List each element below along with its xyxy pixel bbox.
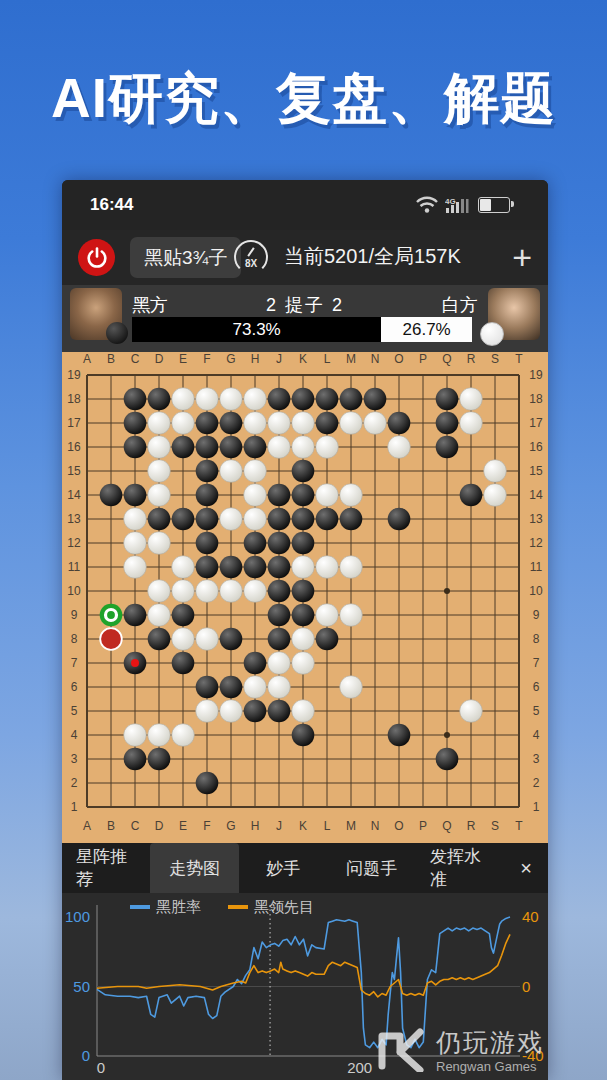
stone-white xyxy=(148,724,171,747)
red-move-marker xyxy=(100,628,122,650)
coord-label: 14 xyxy=(529,488,543,502)
stone-white xyxy=(148,412,171,435)
stone-black xyxy=(268,580,291,603)
coord-label: 16 xyxy=(67,440,81,454)
power-button[interactable] xyxy=(78,239,115,276)
stone-black xyxy=(340,508,363,531)
svg-text:50: 50 xyxy=(73,978,90,995)
wifi-icon xyxy=(416,196,438,214)
phone-screen: 16:44 4G 黑贴3¾子 xyxy=(62,180,548,1080)
stone-black xyxy=(196,532,219,555)
coord-label: E xyxy=(179,819,187,833)
stone-black xyxy=(148,748,171,771)
stone-white xyxy=(172,628,195,651)
stone-black xyxy=(292,484,315,507)
stone-black xyxy=(196,508,219,531)
stone-black xyxy=(292,388,315,411)
clock: 16:44 xyxy=(90,195,133,215)
stone-black xyxy=(196,412,219,435)
stone-black xyxy=(436,436,459,459)
coord-label: C xyxy=(131,819,140,833)
stone-black xyxy=(292,724,315,747)
winrate-bar: 73.3% 26.7% xyxy=(132,317,472,342)
stone-white xyxy=(268,652,291,675)
stone-white xyxy=(460,412,483,435)
speed-gauge-icon[interactable]: 8X xyxy=(234,240,268,274)
coord-label: 18 xyxy=(529,392,543,406)
star-point xyxy=(444,732,450,738)
stone-black xyxy=(196,676,219,699)
stone-black xyxy=(436,412,459,435)
coord-label: P xyxy=(419,352,427,366)
coord-label: 7 xyxy=(71,656,78,670)
coord-label: R xyxy=(467,819,476,833)
coord-label: M xyxy=(346,819,356,833)
svg-text:40: 40 xyxy=(522,908,539,925)
cellular-4g-icon: 4G xyxy=(445,196,471,214)
stone-black xyxy=(196,772,219,795)
stone-white xyxy=(220,460,243,483)
stone-white xyxy=(124,724,147,747)
stone-black xyxy=(268,700,291,723)
rengwan-logo-icon xyxy=(376,1028,428,1072)
stone-white xyxy=(484,460,507,483)
go-board[interactable]: AABBCCDDEEFFGGHHJJKKLLMMNNOOPPQQRRSSTT19… xyxy=(62,352,548,843)
stone-black xyxy=(148,628,171,651)
tab-2[interactable]: 妙手 xyxy=(239,843,327,893)
coord-label: 18 xyxy=(67,392,81,406)
stone-white xyxy=(292,700,315,723)
stone-white xyxy=(460,388,483,411)
stone-white xyxy=(340,676,363,699)
coord-label: J xyxy=(276,819,282,833)
stone-white xyxy=(172,388,195,411)
tab-1[interactable]: 走势图 xyxy=(150,843,238,893)
coord-label: 8 xyxy=(533,632,540,646)
stone-black xyxy=(388,724,411,747)
coord-label: 17 xyxy=(67,416,81,430)
power-icon xyxy=(86,247,108,269)
coord-label: M xyxy=(346,352,356,366)
coord-label: N xyxy=(371,819,380,833)
coord-label: G xyxy=(226,819,235,833)
stone-black xyxy=(196,460,219,483)
stone-white xyxy=(124,532,147,555)
coord-label: 2 xyxy=(533,776,540,790)
stone-white xyxy=(220,580,243,603)
stone-white xyxy=(196,580,219,603)
stone-white xyxy=(388,436,411,459)
svg-text:黑领先目: 黑领先目 xyxy=(254,898,314,915)
coord-label: 19 xyxy=(529,368,543,382)
coord-label: 3 xyxy=(71,752,78,766)
stone-white xyxy=(268,676,291,699)
coord-label: T xyxy=(515,819,523,833)
stone-white xyxy=(172,580,195,603)
coord-label: 17 xyxy=(529,416,543,430)
stone-white xyxy=(148,580,171,603)
stone-white xyxy=(268,412,291,435)
stone-white xyxy=(244,460,267,483)
stone-black xyxy=(244,532,267,555)
stone-black xyxy=(148,508,171,531)
stone-white xyxy=(148,460,171,483)
analysis-tab-bar: 星阵推荐走势图妙手问题手发挥水准× xyxy=(62,843,548,893)
coord-label: 2 xyxy=(71,776,78,790)
stone-white xyxy=(364,412,387,435)
coord-label: H xyxy=(251,819,260,833)
stone-white xyxy=(244,484,267,507)
coord-label: K xyxy=(299,819,307,833)
stone-black xyxy=(268,388,291,411)
stone-black xyxy=(340,388,363,411)
stone-white xyxy=(316,604,339,627)
stone-black xyxy=(220,436,243,459)
stone-white xyxy=(148,436,171,459)
speed-label: 8X xyxy=(234,258,268,269)
stone-white xyxy=(316,436,339,459)
coord-label: L xyxy=(324,819,331,833)
coord-label: 11 xyxy=(530,560,543,574)
stone-black xyxy=(196,484,219,507)
svg-text:200: 200 xyxy=(347,1059,372,1076)
stone-white xyxy=(124,556,147,579)
coord-label: O xyxy=(394,819,403,833)
coord-label: A xyxy=(83,819,91,833)
coord-label: G xyxy=(226,352,235,366)
coord-label: E xyxy=(179,352,187,366)
coord-label: 8 xyxy=(71,632,78,646)
battery-icon xyxy=(478,197,510,213)
stone-black xyxy=(436,388,459,411)
coord-label: 13 xyxy=(529,512,543,526)
coord-label: R xyxy=(467,352,476,366)
stone-white xyxy=(196,628,219,651)
stone-white xyxy=(292,652,315,675)
stone-black xyxy=(316,628,339,651)
stone-black xyxy=(124,436,147,459)
stone-black xyxy=(124,748,147,771)
stone-black xyxy=(172,652,195,675)
stone-white xyxy=(172,412,195,435)
stone-white xyxy=(244,508,267,531)
coord-label: 9 xyxy=(533,608,540,622)
watermark: 仍玩游戏 Rengwan Games xyxy=(376,1026,544,1074)
stone-black xyxy=(292,580,315,603)
stone-black xyxy=(316,508,339,531)
coord-label: 5 xyxy=(71,704,78,718)
stone-white xyxy=(172,724,195,747)
watermark-cn: 仍玩游戏 xyxy=(436,1026,544,1059)
stone-black xyxy=(196,556,219,579)
stone-black xyxy=(388,508,411,531)
stone-black xyxy=(268,604,291,627)
stone-black xyxy=(244,700,267,723)
recommend-marker-dot xyxy=(109,613,113,617)
coord-label: J xyxy=(276,352,282,366)
close-panel-button[interactable]: × xyxy=(504,843,548,893)
coord-label: K xyxy=(299,352,307,366)
stone-black xyxy=(436,748,459,771)
svg-text:0: 0 xyxy=(82,1047,90,1064)
white-stone-badge xyxy=(480,322,504,346)
stone-white xyxy=(244,676,267,699)
stone-black xyxy=(244,436,267,459)
stone-black xyxy=(172,436,195,459)
stone-white xyxy=(340,412,363,435)
coord-label: 11 xyxy=(68,560,81,574)
komi-setting[interactable]: 黑贴3¾子 xyxy=(130,237,241,278)
stone-black xyxy=(124,412,147,435)
white-winrate: 26.7% xyxy=(381,317,472,342)
stone-black xyxy=(220,628,243,651)
tab-0[interactable]: 星阵推荐 xyxy=(62,843,150,893)
coord-label: 12 xyxy=(67,536,81,550)
stone-white xyxy=(124,508,147,531)
coord-label: 5 xyxy=(533,704,540,718)
coord-label: 4 xyxy=(533,728,540,742)
stone-black xyxy=(196,436,219,459)
coord-label: S xyxy=(491,819,499,833)
stone-black xyxy=(268,628,291,651)
coord-label: 13 xyxy=(67,512,81,526)
stone-black xyxy=(292,508,315,531)
player-bar: 黑方 2 提子 2 白方 73.3% 26.7% xyxy=(62,285,548,352)
coord-label: H xyxy=(251,352,260,366)
coord-label: D xyxy=(155,819,164,833)
stone-black xyxy=(316,388,339,411)
coord-label: 15 xyxy=(529,464,543,478)
coord-label: L xyxy=(324,352,331,366)
stone-white xyxy=(172,556,195,579)
stone-black xyxy=(292,460,315,483)
stone-black xyxy=(220,556,243,579)
stone-white xyxy=(484,484,507,507)
stone-white xyxy=(196,700,219,723)
stone-white xyxy=(148,532,171,555)
stone-white xyxy=(244,388,267,411)
tab-3[interactable]: 问题手 xyxy=(327,843,415,893)
stone-white xyxy=(460,700,483,723)
stone-white xyxy=(148,484,171,507)
last-move-marker xyxy=(131,659,139,667)
black-winrate: 73.3% xyxy=(132,317,381,342)
coord-label: 4 xyxy=(71,728,78,742)
star-point xyxy=(444,588,450,594)
stone-black xyxy=(148,388,171,411)
trend-chart: 100500400-400200黑胜率黑领先目 仍玩游戏 Rengwan Gam… xyxy=(62,893,548,1080)
stone-black xyxy=(172,508,195,531)
svg-text:0: 0 xyxy=(522,978,530,995)
coord-label: 10 xyxy=(529,584,543,598)
coord-label: 3 xyxy=(533,752,540,766)
coord-label: 6 xyxy=(71,680,78,694)
coord-label: D xyxy=(155,352,164,366)
stone-black xyxy=(220,676,243,699)
stone-white xyxy=(292,412,315,435)
coord-label: 14 xyxy=(67,488,81,502)
coord-label: P xyxy=(419,819,427,833)
stone-white xyxy=(196,388,219,411)
stone-white xyxy=(292,436,315,459)
coord-label: 19 xyxy=(67,368,81,382)
analysis-progress: 当前5201/全局157K xyxy=(284,243,461,270)
stone-black xyxy=(124,484,147,507)
stone-black xyxy=(100,484,123,507)
coord-label: 1 xyxy=(533,800,540,814)
black-stone-badge xyxy=(106,322,128,344)
coord-label: N xyxy=(371,352,380,366)
watermark-en: Rengwan Games xyxy=(436,1059,544,1074)
coord-label: T xyxy=(515,352,523,366)
coord-label: Q xyxy=(442,819,451,833)
stone-black xyxy=(292,604,315,627)
stone-white xyxy=(220,388,243,411)
stone-black xyxy=(388,412,411,435)
coord-label: 15 xyxy=(67,464,81,478)
stone-black xyxy=(124,604,147,627)
stone-black xyxy=(220,412,243,435)
stone-white xyxy=(316,556,339,579)
svg-text:4G: 4G xyxy=(445,197,456,206)
coord-label: 12 xyxy=(529,536,543,550)
coord-label: 10 xyxy=(67,584,81,598)
status-bar: 16:44 4G xyxy=(62,180,548,230)
coord-label: 16 xyxy=(529,440,543,454)
stone-black xyxy=(124,388,147,411)
white-player-label: 白方 xyxy=(442,293,478,317)
hero-title: AI研究、复盘、解题 xyxy=(0,62,607,136)
stone-white xyxy=(292,556,315,579)
toolbar: 黑贴3¾子 8X 当前5201/全局157K + xyxy=(62,230,548,285)
coord-label: A xyxy=(83,352,91,366)
stone-white xyxy=(340,556,363,579)
stone-black xyxy=(268,532,291,555)
coord-label: F xyxy=(203,352,210,366)
stone-white xyxy=(268,436,291,459)
coord-label: 1 xyxy=(71,800,78,814)
stone-black xyxy=(268,508,291,531)
stone-black xyxy=(268,556,291,579)
stone-black xyxy=(364,388,387,411)
stone-white xyxy=(292,628,315,651)
svg-text:100: 100 xyxy=(65,908,90,925)
svg-text:黑胜率: 黑胜率 xyxy=(156,898,201,915)
coord-label: B xyxy=(107,819,115,833)
stone-white xyxy=(148,604,171,627)
coord-label: 6 xyxy=(533,680,540,694)
stone-black xyxy=(244,556,267,579)
coord-label: 7 xyxy=(533,656,540,670)
coord-label: 9 xyxy=(71,608,78,622)
tab-4[interactable]: 发挥水准 xyxy=(416,843,504,893)
stone-black xyxy=(316,412,339,435)
stone-white xyxy=(316,484,339,507)
coord-label: F xyxy=(203,819,210,833)
stone-white xyxy=(220,508,243,531)
stone-black xyxy=(268,484,291,507)
stone-white xyxy=(220,700,243,723)
stone-black xyxy=(172,604,195,627)
stone-white xyxy=(340,604,363,627)
stone-black xyxy=(460,484,483,507)
svg-text:0: 0 xyxy=(97,1059,105,1076)
stone-white xyxy=(340,484,363,507)
coord-label: Q xyxy=(442,352,451,366)
add-button[interactable]: + xyxy=(512,238,532,276)
stone-black xyxy=(292,532,315,555)
coord-label: O xyxy=(394,352,403,366)
stone-white xyxy=(244,412,267,435)
coord-label: B xyxy=(107,352,115,366)
stone-white xyxy=(244,580,267,603)
coord-label: S xyxy=(491,352,499,366)
coord-label: C xyxy=(131,352,140,366)
stone-black xyxy=(244,652,267,675)
